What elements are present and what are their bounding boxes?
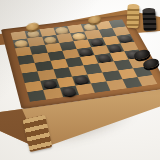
dark-piece-stack[interactable]	[142, 10, 156, 32]
dark-checker[interactable]	[61, 86, 77, 96]
light-piece-stack[interactable]	[126, 6, 139, 29]
checkerboard	[11, 19, 158, 101]
square-r7c7[interactable]	[137, 75, 157, 86]
checkers-board-photo	[0, 0, 160, 160]
